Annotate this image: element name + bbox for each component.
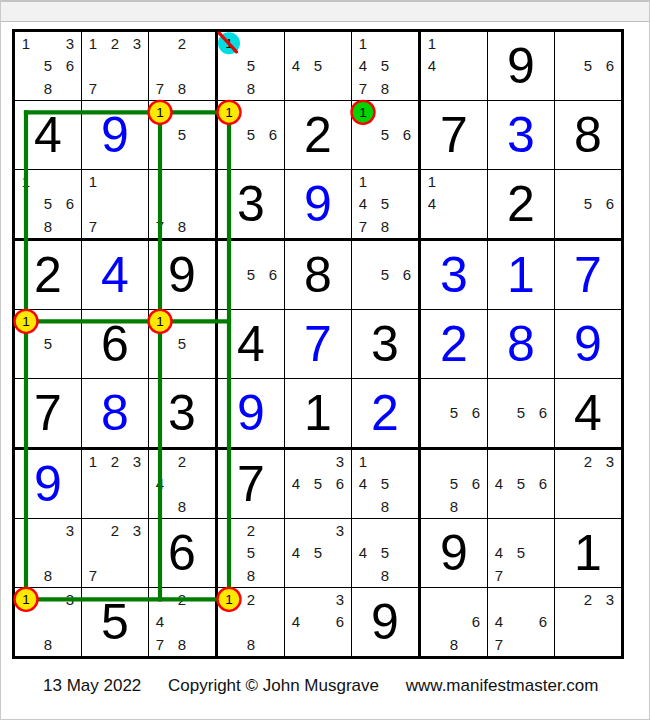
cell-r5c2[interactable]: 6 <box>82 310 148 378</box>
big-digit: 9 <box>352 588 418 656</box>
candidate-5: 5 <box>510 402 532 425</box>
candidate-8: 8 <box>240 633 262 656</box>
cell-r8c4[interactable]: 258 <box>218 519 284 587</box>
pencil-marks: 56 <box>218 241 284 309</box>
candidate-4: 4 <box>285 55 307 78</box>
footer: 13 May 2022 Copyright © John Musgrave ww… <box>1 676 649 696</box>
candidate-5: 5 <box>37 193 59 216</box>
pencil-marks: 237 <box>82 519 148 587</box>
candidate-7: 7 <box>82 215 104 238</box>
pencil-marks: 138 <box>15 588 81 656</box>
pencil-marks: 2478 <box>149 588 215 656</box>
cell-r5c5[interactable]: 7 <box>285 310 351 378</box>
candidate-5: 5 <box>577 193 599 216</box>
cell-r5c1[interactable]: 15 <box>15 310 81 378</box>
pencil-marks: 14 <box>421 170 487 238</box>
cell-r2c2[interactable]: 9 <box>82 101 148 169</box>
cell-r8c2[interactable]: 237 <box>82 519 148 587</box>
pencil-marks: 258 <box>218 519 284 587</box>
cell-r6c6[interactable]: 2 <box>352 379 418 447</box>
cell-r1c1[interactable]: 13568 <box>15 32 81 100</box>
cell-r9c2[interactable]: 5 <box>82 588 148 656</box>
candidate-7: 7 <box>352 77 374 100</box>
candidate-7: 7 <box>82 77 104 100</box>
cell-r9c3[interactable]: 2478 <box>149 588 215 656</box>
candidate-5: 5 <box>37 55 59 78</box>
pencil-marks: 278 <box>149 32 215 100</box>
big-digit: 9 <box>285 170 351 238</box>
candidate-6: 6 <box>599 55 621 78</box>
cell-r1c9[interactable]: 56 <box>555 32 621 100</box>
big-digit: 8 <box>555 101 621 169</box>
cell-r8c9[interactable]: 1 <box>555 519 621 587</box>
pencil-marks: 15 <box>149 310 215 378</box>
cell-r5c3[interactable]: 15 <box>149 310 215 378</box>
candidate-3: 3 <box>59 32 81 55</box>
candidate-1: 1 <box>82 450 104 473</box>
candidate-5: 5 <box>577 55 599 78</box>
big-digit: 8 <box>488 310 554 378</box>
cell-r4c4[interactable]: 56 <box>218 241 284 309</box>
candidate-3: 3 <box>59 588 81 611</box>
cell-r1c8[interactable]: 9 <box>488 32 554 100</box>
big-digit: 8 <box>82 379 148 447</box>
candidate-7: 7 <box>149 77 171 100</box>
candidate-5: 5 <box>307 473 329 496</box>
footer-website: www.manifestmaster.com <box>406 676 599 695</box>
candidate-1: 1 <box>421 170 443 193</box>
candidate-1: 1 <box>352 101 374 124</box>
cell-r8c8[interactable]: 457 <box>488 519 554 587</box>
candidate-5: 5 <box>37 333 59 356</box>
pencil-marks: 1458 <box>352 450 418 518</box>
cell-r1c6[interactable]: 14578 <box>352 32 418 100</box>
candidate-1: 1 <box>149 310 171 333</box>
pencil-marks: 456 <box>488 450 554 518</box>
big-digit: 1 <box>285 379 351 447</box>
candidate-4: 4 <box>488 473 510 496</box>
cell-r5c8[interactable]: 8 <box>488 310 554 378</box>
candidate-5: 5 <box>374 542 396 565</box>
big-digit: 9 <box>421 519 487 587</box>
candidate-8: 8 <box>171 633 193 656</box>
candidate-1: 1 <box>352 32 374 55</box>
big-digit: 2 <box>488 170 554 238</box>
cell-r1c3[interactable]: 278 <box>149 32 215 100</box>
candidate-6: 6 <box>329 473 351 496</box>
cell-r7c7[interactable]: 568 <box>421 450 487 518</box>
candidate-7: 7 <box>488 564 510 587</box>
pencil-marks: 23 <box>555 450 621 518</box>
candidate-8: 8 <box>171 215 193 238</box>
big-digit: 7 <box>285 310 351 378</box>
cell-r4c3[interactable]: 9 <box>149 241 215 309</box>
big-digit: 1 <box>555 519 621 587</box>
cell-r7c4[interactable]: 7 <box>218 450 284 518</box>
candidate-1: 1 <box>218 588 240 611</box>
candidate-7: 7 <box>149 633 171 656</box>
big-digit: 7 <box>555 241 621 309</box>
candidate-5: 5 <box>171 124 193 147</box>
candidate-4: 4 <box>421 193 443 216</box>
candidate-5: 5 <box>240 264 262 287</box>
big-digit: 7 <box>421 101 487 169</box>
candidate-7: 7 <box>149 215 171 238</box>
candidate-6: 6 <box>532 402 554 425</box>
candidate-2: 2 <box>104 519 126 542</box>
pencil-marks: 68 <box>421 588 487 656</box>
cell-r9c1[interactable]: 138 <box>15 588 81 656</box>
candidate-1: 1 <box>15 588 37 611</box>
candidate-5: 5 <box>443 402 465 425</box>
big-digit: 3 <box>352 310 418 378</box>
candidate-8: 8 <box>37 77 59 100</box>
candidate-8: 8 <box>171 495 193 518</box>
window-top-bar <box>1 0 649 22</box>
cell-r8c5[interactable]: 345 <box>285 519 351 587</box>
pencil-marks: 15 <box>15 310 81 378</box>
candidate-1: 1 <box>15 32 37 55</box>
cell-r7c8[interactable]: 456 <box>488 450 554 518</box>
cell-r1c5[interactable]: 45 <box>285 32 351 100</box>
candidate-2: 2 <box>104 32 126 55</box>
candidate-5: 5 <box>374 124 396 147</box>
big-digit: 9 <box>82 101 148 169</box>
big-digit: 2 <box>421 310 487 378</box>
candidate-5: 5 <box>240 55 262 78</box>
cell-r6c7[interactable]: 56 <box>421 379 487 447</box>
candidate-1: 1 <box>352 170 374 193</box>
cell-r2c4[interactable]: 156 <box>218 101 284 169</box>
candidate-8: 8 <box>374 77 396 100</box>
candidate-1: 1 <box>218 32 240 55</box>
candidate-6: 6 <box>396 264 418 287</box>
candidate-8: 8 <box>37 564 59 587</box>
candidate-2: 2 <box>577 588 599 611</box>
cell-r2c3[interactable]: 15 <box>149 101 215 169</box>
cell-r4c7[interactable]: 3 <box>421 241 487 309</box>
candidate-1: 1 <box>82 32 104 55</box>
candidate-6: 6 <box>262 264 284 287</box>
candidate-6: 6 <box>465 402 487 425</box>
pencil-marks: 158 <box>218 32 284 100</box>
candidate-4: 4 <box>285 611 307 634</box>
candidate-6: 6 <box>59 193 81 216</box>
candidate-4: 4 <box>352 193 374 216</box>
cell-r2c9[interactable]: 8 <box>555 101 621 169</box>
cell-r5c7[interactable]: 2 <box>421 310 487 378</box>
pencil-marks: 156 <box>352 101 418 169</box>
candidate-5: 5 <box>374 264 396 287</box>
cell-r3c5[interactable]: 9 <box>285 170 351 238</box>
candidate-6: 6 <box>59 55 81 78</box>
big-digit: 4 <box>218 310 284 378</box>
candidate-8: 8 <box>374 495 396 518</box>
footer-date: 13 May 2022 <box>43 676 141 695</box>
candidate-5: 5 <box>307 55 329 78</box>
pencil-marks: 17 <box>82 170 148 238</box>
candidate-5: 5 <box>374 473 396 496</box>
candidate-3: 3 <box>329 450 351 473</box>
cell-r9c5[interactable]: 346 <box>285 588 351 656</box>
cell-r2c1[interactable]: 4 <box>15 101 81 169</box>
cell-r6c8[interactable]: 56 <box>488 379 554 447</box>
big-digit: 9 <box>149 241 215 309</box>
candidate-8: 8 <box>374 215 396 238</box>
candidate-3: 3 <box>329 588 351 611</box>
pencil-marks: 123 <box>82 450 148 518</box>
candidate-4: 4 <box>352 473 374 496</box>
pencil-marks: 458 <box>352 519 418 587</box>
candidate-4: 4 <box>149 473 171 496</box>
cell-r8c1[interactable]: 38 <box>15 519 81 587</box>
cell-r4c6[interactable]: 56 <box>352 241 418 309</box>
pencil-marks: 3456 <box>285 450 351 518</box>
cell-r3c9[interactable]: 56 <box>555 170 621 238</box>
cell-r6c4[interactable]: 9 <box>218 379 284 447</box>
candidate-2: 2 <box>240 519 262 542</box>
big-digit: 3 <box>421 241 487 309</box>
pencil-marks: 467 <box>488 588 554 656</box>
candidate-5: 5 <box>510 542 532 565</box>
cell-r4c1[interactable]: 2 <box>15 241 81 309</box>
cell-r2c7[interactable]: 7 <box>421 101 487 169</box>
cell-r9c7[interactable]: 68 <box>421 588 487 656</box>
candidate-4: 4 <box>352 542 374 565</box>
cell-r4c9[interactable]: 7 <box>555 241 621 309</box>
big-digit: 9 <box>218 379 284 447</box>
big-digit: 1 <box>488 241 554 309</box>
cell-r4c2[interactable]: 4 <box>82 241 148 309</box>
candidate-1: 1 <box>149 101 171 124</box>
candidate-4: 4 <box>352 55 374 78</box>
cell-r1c4[interactable]: 158 <box>218 32 284 100</box>
pencil-marks: 1237 <box>82 32 148 100</box>
pencil-marks: 15 <box>149 101 215 169</box>
candidate-5: 5 <box>240 542 262 565</box>
pencil-marks: 346 <box>285 588 351 656</box>
pencil-marks: 345 <box>285 519 351 587</box>
candidate-5: 5 <box>171 333 193 356</box>
candidate-2: 2 <box>577 450 599 473</box>
cell-r6c5[interactable]: 1 <box>285 379 351 447</box>
pencil-marks: 248 <box>149 450 215 518</box>
cell-r8c3[interactable]: 6 <box>149 519 215 587</box>
pencil-marks: 23 <box>555 588 621 656</box>
cell-r7c5[interactable]: 3456 <box>285 450 351 518</box>
candidate-2: 2 <box>171 450 193 473</box>
cell-r8c6[interactable]: 458 <box>352 519 418 587</box>
candidate-3: 3 <box>126 450 148 473</box>
candidate-1: 1 <box>82 170 104 193</box>
candidate-8: 8 <box>37 633 59 656</box>
pencil-marks: 1568 <box>15 170 81 238</box>
candidate-6: 6 <box>329 611 351 634</box>
candidate-8: 8 <box>240 77 262 100</box>
candidate-6: 6 <box>532 473 554 496</box>
pencil-marks: 156 <box>218 101 284 169</box>
cell-r6c3[interactable]: 3 <box>149 379 215 447</box>
pencil-marks: 56 <box>352 241 418 309</box>
cell-r4c8[interactable]: 1 <box>488 241 554 309</box>
big-digit: 3 <box>488 101 554 169</box>
big-digit: 9 <box>15 450 81 518</box>
big-digit: 3 <box>218 170 284 238</box>
cell-r3c3[interactable]: 78 <box>149 170 215 238</box>
big-digit: 7 <box>15 379 81 447</box>
cell-r6c2[interactable]: 8 <box>82 379 148 447</box>
candidate-5: 5 <box>307 542 329 565</box>
pencil-marks: 56 <box>421 379 487 447</box>
big-digit: 2 <box>15 241 81 309</box>
pencil-marks: 14578 <box>352 170 418 238</box>
cell-r2c5[interactable]: 2 <box>285 101 351 169</box>
big-digit: 2 <box>352 379 418 447</box>
candidate-4: 4 <box>488 542 510 565</box>
sudoku-board: 1356812372781584514578149564915156215673… <box>12 29 624 659</box>
cell-r5c6[interactable]: 3 <box>352 310 418 378</box>
candidate-3: 3 <box>599 450 621 473</box>
cell-r3c1[interactable]: 1568 <box>15 170 81 238</box>
candidate-4: 4 <box>421 55 443 78</box>
candidate-6: 6 <box>465 611 487 634</box>
cell-r9c8[interactable]: 467 <box>488 588 554 656</box>
cell-r4c5[interactable]: 8 <box>285 241 351 309</box>
candidate-1: 1 <box>352 450 374 473</box>
big-digit: 9 <box>555 310 621 378</box>
candidate-3: 3 <box>126 519 148 542</box>
candidate-8: 8 <box>240 564 262 587</box>
cell-r7c1[interactable]: 9 <box>15 450 81 518</box>
cell-r9c4[interactable]: 128 <box>218 588 284 656</box>
big-digit: 5 <box>82 588 148 656</box>
cell-r8c7[interactable]: 9 <box>421 519 487 587</box>
cell-r7c6[interactable]: 1458 <box>352 450 418 518</box>
cell-r7c2[interactable]: 123 <box>82 450 148 518</box>
pencil-marks: 568 <box>421 450 487 518</box>
pencil-marks: 45 <box>285 32 351 100</box>
cell-r3c6[interactable]: 14578 <box>352 170 418 238</box>
cell-r7c3[interactable]: 248 <box>149 450 215 518</box>
candidate-3: 3 <box>59 519 81 542</box>
candidate-8: 8 <box>37 215 59 238</box>
cell-r9c9[interactable]: 23 <box>555 588 621 656</box>
big-digit: 3 <box>149 379 215 447</box>
cell-r2c8[interactable]: 3 <box>488 101 554 169</box>
candidate-3: 3 <box>126 32 148 55</box>
pencil-marks: 457 <box>488 519 554 587</box>
cell-r1c2[interactable]: 1237 <box>82 32 148 100</box>
candidate-6: 6 <box>262 124 284 147</box>
candidate-4: 4 <box>149 611 171 634</box>
candidate-5: 5 <box>443 473 465 496</box>
cell-r6c9[interactable]: 4 <box>555 379 621 447</box>
candidate-1: 1 <box>218 101 240 124</box>
big-digit: 4 <box>555 379 621 447</box>
candidate-2: 2 <box>171 588 193 611</box>
candidate-7: 7 <box>488 633 510 656</box>
cell-r3c8[interactable]: 2 <box>488 170 554 238</box>
pencil-marks: 14578 <box>352 32 418 100</box>
cell-r2c6[interactable]: 156 <box>352 101 418 169</box>
pencil-marks: 14 <box>421 32 487 100</box>
big-digit: 4 <box>82 241 148 309</box>
candidate-4: 4 <box>488 611 510 634</box>
candidate-1: 1 <box>421 32 443 55</box>
candidate-2: 2 <box>171 32 193 55</box>
candidate-8: 8 <box>374 564 396 587</box>
candidate-3: 3 <box>329 519 351 542</box>
pencil-marks: 56 <box>555 32 621 100</box>
pencil-marks: 13568 <box>15 32 81 100</box>
candidate-5: 5 <box>240 124 262 147</box>
cell-r5c4[interactable]: 4 <box>218 310 284 378</box>
footer-copyright: Copyright © John Musgrave <box>168 676 379 695</box>
candidate-6: 6 <box>532 611 554 634</box>
candidate-1: 1 <box>15 310 37 333</box>
cell-r3c2[interactable]: 17 <box>82 170 148 238</box>
big-digit: 4 <box>15 101 81 169</box>
candidate-1: 1 <box>15 170 37 193</box>
big-digit: 6 <box>82 310 148 378</box>
big-digit: 9 <box>488 32 554 100</box>
page: 1356812372781584514578149564915156215673… <box>0 0 650 720</box>
cell-r3c7[interactable]: 14 <box>421 170 487 238</box>
cell-r3c4[interactable]: 3 <box>218 170 284 238</box>
candidate-5: 5 <box>374 55 396 78</box>
pencil-marks: 56 <box>555 170 621 238</box>
pencil-marks: 56 <box>488 379 554 447</box>
cell-r7c9[interactable]: 23 <box>555 450 621 518</box>
big-digit: 7 <box>218 450 284 518</box>
pencil-marks: 38 <box>15 519 81 587</box>
big-digit: 8 <box>285 241 351 309</box>
candidate-6: 6 <box>396 124 418 147</box>
big-digit: 2 <box>285 101 351 169</box>
cell-r6c1[interactable]: 7 <box>15 379 81 447</box>
candidate-7: 7 <box>352 215 374 238</box>
pencil-marks: 128 <box>218 588 284 656</box>
candidate-2: 2 <box>104 450 126 473</box>
candidate-4: 4 <box>285 542 307 565</box>
candidate-7: 7 <box>82 564 104 587</box>
cell-r9c6[interactable]: 9 <box>352 588 418 656</box>
candidate-8: 8 <box>171 77 193 100</box>
pencil-marks: 78 <box>149 170 215 238</box>
candidate-3: 3 <box>599 588 621 611</box>
candidate-2: 2 <box>240 588 262 611</box>
candidate-5: 5 <box>510 473 532 496</box>
big-digit: 6 <box>149 519 215 587</box>
candidate-4: 4 <box>285 473 307 496</box>
candidate-6: 6 <box>599 193 621 216</box>
candidate-6: 6 <box>465 473 487 496</box>
cell-r5c9[interactable]: 9 <box>555 310 621 378</box>
candidate-8: 8 <box>443 633 465 656</box>
candidate-8: 8 <box>443 495 465 518</box>
cell-r1c7[interactable]: 14 <box>421 32 487 100</box>
candidate-5: 5 <box>374 193 396 216</box>
